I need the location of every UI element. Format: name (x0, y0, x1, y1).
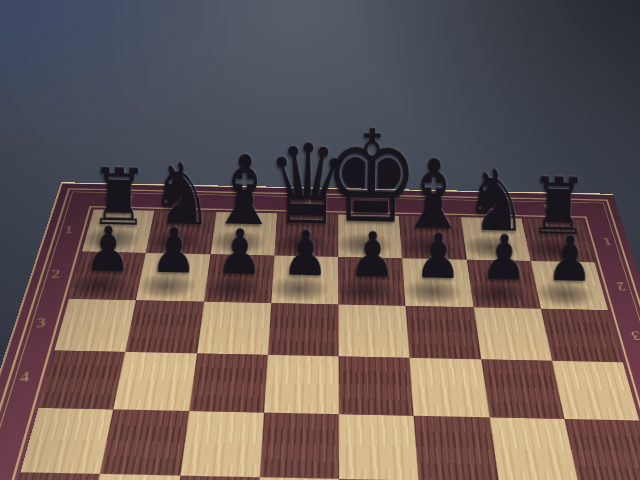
black-pawn-c2[interactable]: ♟ (414, 225, 462, 288)
square-h3[interactable] (54, 298, 136, 351)
black-pawn-d2[interactable]: ♟ (348, 223, 396, 286)
rank-label-right-2: 2 (614, 280, 627, 292)
black-pawn-g2[interactable]: ♟ (150, 219, 198, 282)
square-d3[interactable] (338, 304, 409, 358)
square-a4[interactable] (552, 361, 640, 421)
square-d5[interactable] (339, 414, 419, 480)
rank-label-left-2: 2 (51, 268, 61, 280)
square-g2[interactable]: ♟ (136, 253, 210, 301)
photo-background: ♜♞♝♛♚♝♞♜♟♟♟♟♟♟♟♟ HGFEDCBA12341234 (0, 0, 640, 480)
square-a5[interactable] (564, 419, 640, 480)
black-pawn-f2[interactable]: ♟ (216, 221, 264, 284)
square-h6[interactable] (0, 473, 100, 480)
rank-label-left-1: 1 (64, 224, 73, 235)
chess-board: ♜♞♝♛♚♝♞♜♟♟♟♟♟♟♟♟ HGFEDCBA12341234 (0, 182, 640, 480)
square-g4[interactable] (114, 352, 197, 411)
square-h5[interactable] (20, 408, 113, 474)
square-b4[interactable] (481, 359, 564, 419)
square-c3[interactable] (406, 306, 481, 360)
rank-label-left-4: 4 (19, 370, 30, 385)
black-pawn-e2[interactable]: ♟ (282, 222, 330, 285)
rank-label-left-3: 3 (36, 316, 46, 330)
square-a2[interactable]: ♟ (531, 261, 608, 310)
black-pawn-b2[interactable]: ♟ (480, 226, 528, 289)
square-d2[interactable]: ♟ (338, 257, 406, 305)
square-e4[interactable] (264, 355, 339, 414)
black-pawn-h2[interactable]: ♟ (84, 218, 132, 281)
square-e3[interactable] (268, 303, 339, 356)
square-f3[interactable] (197, 301, 271, 354)
square-h2[interactable]: ♟ (69, 252, 146, 300)
square-f2[interactable]: ♟ (204, 254, 275, 302)
squares-grid: ♜♞♝♛♚♝♞♜♟♟♟♟♟♟♟♟ (0, 209, 640, 480)
square-b5[interactable] (489, 417, 578, 480)
square-g3[interactable] (126, 300, 204, 353)
square-c4[interactable] (410, 358, 489, 418)
rank-label-right-3: 3 (629, 329, 640, 343)
square-a3[interactable] (541, 308, 623, 362)
black-pawn-a2[interactable]: ♟ (546, 228, 594, 291)
rank-label-right-1: 1 (601, 235, 614, 246)
square-f6[interactable] (170, 476, 260, 480)
square-b3[interactable] (473, 307, 552, 361)
square-h4[interactable] (38, 350, 125, 409)
square-g6[interactable] (85, 474, 180, 480)
square-f5[interactable] (180, 411, 264, 478)
square-d4[interactable] (339, 356, 414, 416)
square-c2[interactable]: ♟ (402, 259, 473, 307)
square-e5[interactable] (259, 413, 339, 480)
square-c5[interactable] (414, 416, 498, 480)
square-b2[interactable]: ♟ (466, 260, 540, 309)
square-e2[interactable]: ♟ (271, 256, 338, 304)
square-f4[interactable] (189, 353, 268, 412)
square-g5[interactable] (100, 409, 189, 475)
